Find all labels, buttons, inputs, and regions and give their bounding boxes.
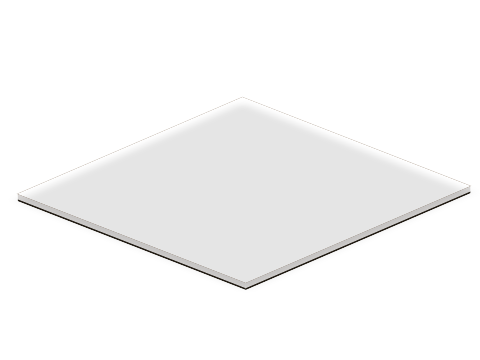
chessboard <box>18 97 470 282</box>
photo-background <box>0 0 480 360</box>
board-top-surface <box>18 97 470 282</box>
